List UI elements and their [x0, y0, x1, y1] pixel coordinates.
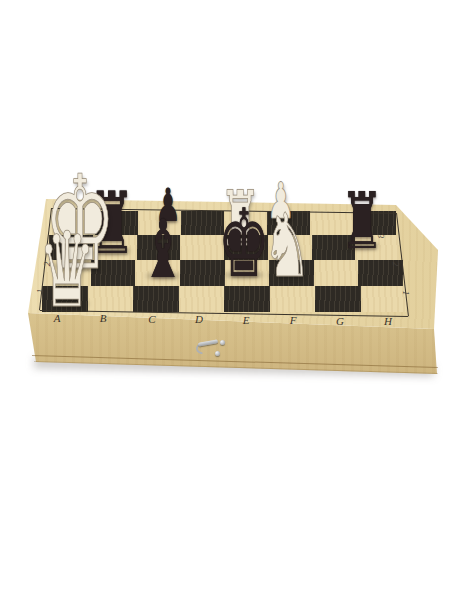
clasp-screw [215, 351, 220, 356]
black-rook-h3: ♜ [340, 182, 383, 260]
file-label-b: B [100, 312, 107, 324]
chess-box-photo: ABCDEFGH123123 ♛♚♜♝♟♚♜♞♟♜ [0, 0, 450, 600]
file-label-e: E [243, 314, 250, 326]
square-h1 [361, 286, 407, 312]
rank-label-right-2: 2 [391, 262, 401, 267]
file-label-c: C [148, 313, 155, 325]
white-queen-a1: ♛ [38, 218, 96, 322]
rank-label-right-1: 1 [401, 291, 411, 296]
clasp-arm [198, 339, 218, 346]
square-g1 [315, 286, 361, 312]
clasp-screw [220, 340, 225, 345]
metal-clasp [196, 336, 234, 360]
file-label-h: H [384, 315, 392, 327]
file-label-g: G [336, 315, 344, 327]
black-bishop-c2: ♝ [141, 210, 185, 290]
file-label-f: F [290, 314, 297, 326]
white-knight-f2: ♞ [263, 202, 312, 290]
file-label-d: D [195, 313, 203, 325]
